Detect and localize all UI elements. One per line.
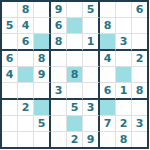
cell-r1c5[interactable]	[67, 2, 83, 18]
cell-r4c6[interactable]	[83, 51, 100, 67]
cell-r8c2[interactable]	[18, 116, 34, 132]
cell-r6c1[interactable]	[2, 83, 18, 100]
cell-r2c4[interactable]: 6	[51, 18, 67, 34]
cell-r9c2[interactable]	[18, 132, 34, 147]
cell-r5c1[interactable]: 4	[2, 67, 18, 83]
cell-r3c3[interactable]	[34, 34, 51, 51]
cell-r7c6[interactable]: 3	[83, 100, 100, 116]
cell-r3c9[interactable]	[132, 34, 147, 51]
cell-r6c6[interactable]	[83, 83, 100, 100]
cell-r1c2[interactable]: 8	[18, 2, 34, 18]
cell-r3c6[interactable]: 1	[83, 34, 100, 51]
cell-r6c7[interactable]: 6	[100, 83, 116, 100]
cell-r8c4[interactable]	[51, 116, 67, 132]
cell-r4c4[interactable]	[51, 51, 67, 67]
cell-r5c6[interactable]	[83, 67, 100, 83]
cell-r9c5[interactable]: 2	[67, 132, 83, 147]
cell-r6c8[interactable]: 1	[116, 83, 132, 100]
cell-r9c4[interactable]	[51, 132, 67, 147]
cell-r7c8[interactable]	[116, 100, 132, 116]
cell-r1c8[interactable]	[116, 2, 132, 18]
cell-r4c3[interactable]: 8	[34, 51, 51, 67]
cell-r2c3[interactable]	[34, 18, 51, 34]
cell-r8c7[interactable]: 7	[100, 116, 116, 132]
cell-r7c4[interactable]	[51, 100, 67, 116]
cell-r8c9[interactable]: 3	[132, 116, 147, 132]
cell-r7c9[interactable]	[132, 100, 147, 116]
cell-r3c8[interactable]: 3	[116, 34, 132, 51]
cell-r3c2[interactable]: 6	[18, 34, 34, 51]
cell-r1c4[interactable]: 9	[51, 2, 67, 18]
cell-r9c3[interactable]	[34, 132, 51, 147]
cell-r6c2[interactable]	[18, 83, 34, 100]
cell-r9c7[interactable]	[100, 132, 116, 147]
cell-r6c9[interactable]: 8	[132, 83, 147, 100]
cell-r7c3[interactable]	[34, 100, 51, 116]
cell-r5c5[interactable]: 8	[67, 67, 83, 83]
cell-r5c4[interactable]	[51, 67, 67, 83]
cell-r7c1[interactable]	[2, 100, 18, 116]
cell-r1c9[interactable]: 6	[132, 2, 147, 18]
cell-r7c2[interactable]: 2	[18, 100, 34, 116]
cell-r3c4[interactable]: 8	[51, 34, 67, 51]
cell-r4c2[interactable]	[18, 51, 34, 67]
cell-r1c1[interactable]	[2, 2, 18, 18]
cell-r6c5[interactable]	[67, 83, 83, 100]
cell-r4c1[interactable]: 6	[2, 51, 18, 67]
cell-r3c1[interactable]	[2, 34, 18, 51]
cell-r8c3[interactable]: 5	[34, 116, 51, 132]
cell-r6c3[interactable]	[34, 83, 51, 100]
cell-r8c6[interactable]	[83, 116, 100, 132]
cell-r3c5[interactable]	[67, 34, 83, 51]
cell-r7c7[interactable]	[100, 100, 116, 116]
cell-r9c8[interactable]: 8	[116, 132, 132, 147]
cell-r2c8[interactable]	[116, 18, 132, 34]
cell-r8c8[interactable]: 2	[116, 116, 132, 132]
cell-r4c8[interactable]	[116, 51, 132, 67]
cell-r1c7[interactable]	[100, 2, 116, 18]
cell-r5c7[interactable]	[100, 67, 116, 83]
cell-r2c2[interactable]: 4	[18, 18, 34, 34]
cell-r2c1[interactable]: 5	[2, 18, 18, 34]
sudoku-board: 895654686813684249836182535723298	[0, 0, 149, 149]
cell-r5c2[interactable]	[18, 67, 34, 83]
cell-r4c9[interactable]: 2	[132, 51, 147, 67]
cell-r1c3[interactable]	[34, 2, 51, 18]
cell-r4c5[interactable]	[67, 51, 83, 67]
cell-r8c5[interactable]	[67, 116, 83, 132]
cell-r3c7[interactable]	[100, 34, 116, 51]
cell-r9c6[interactable]: 9	[83, 132, 100, 147]
cell-r5c9[interactable]	[132, 67, 147, 83]
cell-r2c9[interactable]	[132, 18, 147, 34]
cell-r4c7[interactable]: 4	[100, 51, 116, 67]
cell-r5c3[interactable]: 9	[34, 67, 51, 83]
cell-r2c7[interactable]: 8	[100, 18, 116, 34]
cell-r7c5[interactable]: 5	[67, 100, 83, 116]
cell-r9c9[interactable]	[132, 132, 147, 147]
cell-r9c1[interactable]	[2, 132, 18, 147]
cell-r6c4[interactable]: 3	[51, 83, 67, 100]
cell-r5c8[interactable]	[116, 67, 132, 83]
cell-r2c5[interactable]	[67, 18, 83, 34]
cell-r2c6[interactable]	[83, 18, 100, 34]
cell-r1c6[interactable]: 5	[83, 2, 100, 18]
cell-r8c1[interactable]	[2, 116, 18, 132]
